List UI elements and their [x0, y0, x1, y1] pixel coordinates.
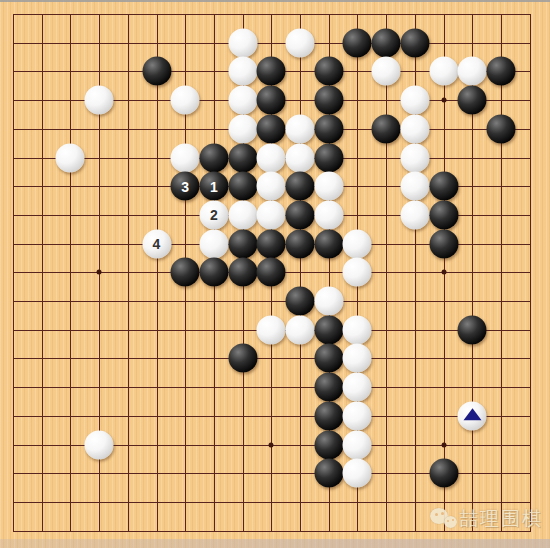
white-stone	[199, 229, 228, 258]
white-stone	[228, 57, 257, 86]
board-gridline-horizontal	[13, 387, 531, 388]
board-gridline-horizontal	[13, 301, 531, 302]
star-point	[441, 98, 446, 103]
black-stone	[228, 258, 257, 287]
black-stone	[199, 258, 228, 287]
black-stone	[314, 57, 343, 86]
board-gridline-vertical	[386, 14, 387, 531]
white-stone	[400, 172, 429, 201]
white-stone	[286, 315, 315, 344]
board-gridline-vertical	[300, 14, 301, 531]
star-point	[97, 270, 102, 275]
black-stone	[257, 229, 286, 258]
white-stone: 2	[199, 200, 228, 229]
black-stone	[486, 114, 515, 143]
black-stone	[486, 57, 515, 86]
wechat-bubble-small	[444, 516, 457, 528]
bottom-edge-strip	[0, 539, 550, 548]
black-stone	[429, 200, 458, 229]
black-stone	[372, 114, 401, 143]
black-stone	[429, 229, 458, 258]
board-gridline-vertical	[530, 14, 531, 531]
white-stone: 4	[142, 229, 171, 258]
black-stone	[228, 143, 257, 172]
white-stone	[257, 315, 286, 344]
white-stone	[343, 459, 372, 488]
white-stone	[257, 200, 286, 229]
black-stone	[314, 315, 343, 344]
black-stone	[458, 86, 487, 115]
white-stone	[286, 28, 315, 57]
wechat-icon	[429, 505, 459, 533]
white-stone	[372, 57, 401, 86]
white-stone	[228, 28, 257, 57]
black-stone	[257, 57, 286, 86]
white-stone	[171, 86, 200, 115]
watermark: 喆理围棋	[429, 505, 543, 533]
white-stone	[257, 143, 286, 172]
white-stone	[314, 172, 343, 201]
white-stone	[286, 114, 315, 143]
white-stone	[257, 172, 286, 201]
black-stone	[314, 229, 343, 258]
black-stone	[429, 459, 458, 488]
board-gridline-vertical	[501, 14, 502, 531]
board-gridline-horizontal	[13, 358, 531, 359]
black-stone	[314, 373, 343, 402]
white-stone	[314, 287, 343, 316]
black-stone	[286, 287, 315, 316]
star-point	[269, 442, 274, 447]
white-stone	[458, 401, 487, 430]
white-stone	[343, 344, 372, 373]
black-stone	[257, 86, 286, 115]
black-stone	[314, 430, 343, 459]
black-stone	[314, 459, 343, 488]
white-stone	[228, 114, 257, 143]
black-stone	[314, 143, 343, 172]
star-point	[441, 442, 446, 447]
white-stone	[343, 229, 372, 258]
move-number-label: 4	[142, 229, 171, 258]
black-stone	[228, 344, 257, 373]
black-stone	[314, 401, 343, 430]
white-stone	[400, 143, 429, 172]
go-diagram: 3124 喆理围棋	[0, 0, 550, 548]
black-stone	[458, 315, 487, 344]
white-stone	[400, 114, 429, 143]
black-stone	[257, 258, 286, 287]
move-number-label: 2	[199, 200, 228, 229]
white-stone	[171, 143, 200, 172]
move-number-label: 1	[199, 172, 228, 201]
white-stone	[343, 373, 372, 402]
white-stone	[85, 86, 114, 115]
board-gridline-horizontal	[13, 416, 531, 417]
board-gridline-horizontal	[13, 502, 531, 503]
black-stone	[171, 258, 200, 287]
white-stone	[343, 401, 372, 430]
white-stone	[400, 200, 429, 229]
black-stone	[199, 143, 228, 172]
white-stone	[458, 57, 487, 86]
black-stone	[372, 28, 401, 57]
black-stone	[142, 57, 171, 86]
white-stone	[228, 200, 257, 229]
white-stone	[400, 86, 429, 115]
white-stone	[343, 258, 372, 287]
watermark-text: 喆理围棋	[459, 506, 543, 532]
top-edge-strip	[0, 0, 550, 2]
black-stone	[228, 172, 257, 201]
white-stone	[343, 430, 372, 459]
star-point	[441, 270, 446, 275]
white-stone	[286, 143, 315, 172]
black-stone	[257, 114, 286, 143]
black-stone: 1	[199, 172, 228, 201]
white-stone	[314, 200, 343, 229]
black-stone	[286, 172, 315, 201]
black-stone	[286, 200, 315, 229]
black-stone	[228, 229, 257, 258]
move-number-label: 3	[171, 172, 200, 201]
black-stone	[314, 86, 343, 115]
black-stone	[314, 344, 343, 373]
triangle-marker	[463, 409, 481, 421]
black-stone	[314, 114, 343, 143]
white-stone	[85, 430, 114, 459]
white-stone	[56, 143, 85, 172]
black-stone	[429, 172, 458, 201]
white-stone	[343, 315, 372, 344]
black-stone	[343, 28, 372, 57]
white-stone	[228, 86, 257, 115]
black-stone	[400, 28, 429, 57]
black-stone: 3	[171, 172, 200, 201]
white-stone	[429, 57, 458, 86]
black-stone	[286, 229, 315, 258]
